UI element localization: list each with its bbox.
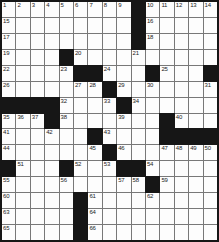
cell-r6c2[interactable] bbox=[16, 82, 29, 97]
cell-r3c7[interactable] bbox=[88, 34, 101, 49]
cell-r13c1[interactable]: 60 bbox=[2, 193, 15, 208]
cell-r2c7[interactable] bbox=[88, 18, 101, 33]
cell-r9c10[interactable] bbox=[132, 129, 145, 144]
cell-r12c1[interactable]: 55 bbox=[2, 177, 15, 192]
clue-number-36: 36 bbox=[17, 114, 23, 121]
cell-r11c14[interactable] bbox=[189, 161, 202, 176]
cell-r15c1[interactable]: 65 bbox=[2, 225, 15, 240]
cell-r1c2[interactable]: 2 bbox=[16, 2, 29, 17]
cell-r4c1[interactable]: 19 bbox=[2, 50, 15, 65]
cell-r14c2[interactable] bbox=[16, 209, 29, 224]
cell-r5c10[interactable] bbox=[132, 66, 145, 81]
cell-r5c9[interactable] bbox=[117, 66, 130, 81]
black-square-r5c15 bbox=[204, 66, 217, 81]
cell-r14c7[interactable]: 64 bbox=[88, 209, 101, 224]
cell-r8c9[interactable]: 39 bbox=[117, 114, 130, 129]
cell-r5c1[interactable]: 22 bbox=[2, 66, 15, 81]
cell-r10c12[interactable]: 47 bbox=[160, 145, 173, 160]
cell-r13c13[interactable] bbox=[175, 193, 188, 208]
cell-r1c15[interactable]: 14 bbox=[204, 2, 217, 17]
clue-number-31: 31 bbox=[205, 82, 211, 89]
cell-r4c12[interactable] bbox=[160, 50, 173, 65]
cell-r9c9[interactable] bbox=[117, 129, 130, 144]
clue-number-37: 37 bbox=[32, 114, 38, 121]
cell-r14c5[interactable] bbox=[60, 209, 73, 224]
cell-r9c5[interactable] bbox=[60, 129, 73, 144]
cell-r13c4[interactable] bbox=[45, 193, 58, 208]
cell-r6c14[interactable] bbox=[189, 82, 202, 97]
cell-r10c3[interactable] bbox=[31, 145, 44, 160]
cell-r8c6[interactable] bbox=[74, 114, 87, 129]
cell-r15c11[interactable] bbox=[146, 225, 159, 240]
cell-r15c13[interactable] bbox=[175, 225, 188, 240]
clue-number-39: 39 bbox=[118, 114, 124, 121]
clue-number-41: 41 bbox=[3, 129, 9, 136]
cell-r11c8[interactable]: 53 bbox=[103, 161, 116, 176]
clue-number-57: 57 bbox=[118, 177, 124, 184]
cell-r6c15[interactable]: 31 bbox=[204, 82, 217, 97]
cell-r2c4[interactable] bbox=[45, 18, 58, 33]
cell-r5c4[interactable] bbox=[45, 66, 58, 81]
clue-number-46: 46 bbox=[118, 145, 124, 152]
cell-r12c12[interactable]: 59 bbox=[160, 177, 173, 192]
cell-r14c10[interactable] bbox=[132, 209, 145, 224]
clue-number-40: 40 bbox=[176, 114, 182, 121]
cell-r8c11[interactable] bbox=[146, 114, 159, 129]
black-square-r7c3 bbox=[31, 98, 44, 113]
clue-number-59: 59 bbox=[161, 177, 167, 184]
cell-r1c14[interactable]: 13 bbox=[189, 2, 202, 17]
cell-r14c3[interactable] bbox=[31, 209, 44, 224]
cell-r10c13[interactable]: 48 bbox=[175, 145, 188, 160]
black-square-r11c10 bbox=[132, 161, 145, 176]
cell-r2c12[interactable] bbox=[160, 18, 173, 33]
clue-number-21: 21 bbox=[133, 50, 139, 57]
cell-r1c12[interactable]: 11 bbox=[160, 2, 173, 17]
cell-r3c14[interactable] bbox=[189, 34, 202, 49]
cell-r9c3[interactable] bbox=[31, 129, 44, 144]
clue-number-1: 1 bbox=[3, 2, 6, 9]
cell-r2c3[interactable] bbox=[31, 18, 44, 33]
crossword-grid: 1234567891011121314151617181920212223242… bbox=[0, 0, 219, 242]
cell-r11c6[interactable]: 52 bbox=[74, 161, 87, 176]
clue-number-38: 38 bbox=[61, 114, 67, 121]
cell-r11c3[interactable] bbox=[31, 161, 44, 176]
cell-r6c10[interactable] bbox=[132, 82, 145, 97]
cell-r2c5[interactable] bbox=[60, 18, 73, 33]
cell-r7c14[interactable] bbox=[189, 98, 202, 113]
cell-r15c10[interactable] bbox=[132, 225, 145, 240]
cell-r3c1[interactable]: 17 bbox=[2, 34, 15, 49]
cell-r12c13[interactable] bbox=[175, 177, 188, 192]
cell-r7c12[interactable] bbox=[160, 98, 173, 113]
cell-r15c14[interactable] bbox=[189, 225, 202, 240]
cell-r4c9[interactable] bbox=[117, 50, 130, 65]
black-square-r9c7 bbox=[88, 129, 101, 144]
cell-r14c14[interactable] bbox=[189, 209, 202, 224]
clue-number-33: 33 bbox=[104, 98, 110, 105]
clue-number-47: 47 bbox=[161, 145, 167, 152]
cell-r9c6[interactable] bbox=[74, 129, 87, 144]
cell-r8c13[interactable]: 40 bbox=[175, 114, 188, 129]
cell-r8c10[interactable] bbox=[132, 114, 145, 129]
clue-number-6: 6 bbox=[75, 2, 78, 9]
clue-number-13: 13 bbox=[190, 2, 196, 9]
cell-r6c6[interactable]: 27 bbox=[74, 82, 87, 97]
cell-r15c3[interactable] bbox=[31, 225, 44, 240]
clue-number-56: 56 bbox=[61, 177, 67, 184]
cell-r4c8[interactable] bbox=[103, 50, 116, 65]
cell-r13c11[interactable]: 62 bbox=[146, 193, 159, 208]
clue-number-5: 5 bbox=[61, 2, 64, 9]
cell-r2c1[interactable]: 15 bbox=[2, 18, 15, 33]
clue-number-44: 44 bbox=[3, 145, 9, 152]
clue-number-27: 27 bbox=[75, 82, 81, 89]
cell-r3c9[interactable] bbox=[117, 34, 130, 49]
cell-r3c5[interactable] bbox=[60, 34, 73, 49]
black-square-r4c5 bbox=[60, 50, 73, 65]
clue-number-51: 51 bbox=[17, 161, 23, 168]
cell-r15c7[interactable]: 66 bbox=[88, 225, 101, 240]
clue-number-64: 64 bbox=[89, 209, 95, 216]
cell-r14c1[interactable]: 63 bbox=[2, 209, 15, 224]
cell-r10c6[interactable] bbox=[74, 145, 87, 160]
clue-number-8: 8 bbox=[104, 2, 107, 9]
clue-number-32: 32 bbox=[61, 98, 67, 105]
clue-number-63: 63 bbox=[3, 209, 9, 216]
clue-number-24: 24 bbox=[104, 66, 110, 73]
black-square-r7c9 bbox=[117, 98, 130, 113]
clue-number-2: 2 bbox=[17, 2, 20, 9]
cell-r6c11[interactable]: 30 bbox=[146, 82, 159, 97]
cell-r12c8[interactable] bbox=[103, 177, 116, 192]
cell-r13c9[interactable] bbox=[117, 193, 130, 208]
cell-r5c3[interactable] bbox=[31, 66, 44, 81]
clue-number-49: 49 bbox=[190, 145, 196, 152]
clue-number-45: 45 bbox=[89, 145, 95, 152]
cell-r6c3[interactable] bbox=[31, 82, 44, 97]
cell-r4c15[interactable] bbox=[204, 50, 217, 65]
cell-r15c15[interactable] bbox=[204, 225, 217, 240]
cell-r7c5[interactable]: 32 bbox=[60, 98, 73, 113]
black-square-r7c2 bbox=[16, 98, 29, 113]
cell-r2c8[interactable] bbox=[103, 18, 116, 33]
black-square-r8c4 bbox=[45, 114, 58, 129]
cell-r12c6[interactable] bbox=[74, 177, 87, 192]
cell-r2c13[interactable] bbox=[175, 18, 188, 33]
cell-r3c6[interactable] bbox=[74, 34, 87, 49]
cell-r11c4[interactable] bbox=[45, 161, 58, 176]
cell-r15c4[interactable] bbox=[45, 225, 58, 240]
cell-r3c12[interactable] bbox=[160, 34, 173, 49]
cell-r8c2[interactable]: 36 bbox=[16, 114, 29, 129]
cell-r5c14[interactable] bbox=[189, 66, 202, 81]
clue-number-25: 25 bbox=[161, 66, 167, 73]
cell-r11c7[interactable] bbox=[88, 161, 101, 176]
black-square-r13c6 bbox=[74, 193, 87, 208]
cell-r4c7[interactable] bbox=[88, 50, 101, 65]
cell-r1c1[interactable]: 1 bbox=[2, 2, 15, 17]
black-square-r5c11 bbox=[146, 66, 159, 81]
cell-r3c13[interactable] bbox=[175, 34, 188, 49]
clue-number-12: 12 bbox=[176, 2, 182, 9]
cell-r12c4[interactable] bbox=[45, 177, 58, 192]
cell-r9c2[interactable] bbox=[16, 129, 29, 144]
cell-r12c3[interactable] bbox=[31, 177, 44, 192]
cell-r10c4[interactable] bbox=[45, 145, 58, 160]
cell-r10c9[interactable]: 46 bbox=[117, 145, 130, 160]
clue-number-61: 61 bbox=[89, 193, 95, 200]
black-square-r10c8 bbox=[103, 145, 116, 160]
cell-r8c1[interactable]: 35 bbox=[2, 114, 15, 129]
cell-r1c5[interactable]: 5 bbox=[60, 2, 73, 17]
clue-number-52: 52 bbox=[75, 161, 81, 168]
clue-number-34: 34 bbox=[133, 98, 139, 105]
cell-r10c7[interactable]: 45 bbox=[88, 145, 101, 160]
black-square-r6c8 bbox=[103, 82, 116, 97]
cell-r6c13[interactable] bbox=[175, 82, 188, 97]
cell-r4c13[interactable] bbox=[175, 50, 188, 65]
cell-r6c5[interactable] bbox=[60, 82, 73, 97]
cell-r12c10[interactable]: 58 bbox=[132, 177, 145, 192]
cell-r1c4[interactable]: 4 bbox=[45, 2, 58, 17]
black-square-r9c14 bbox=[189, 129, 202, 144]
clue-number-55: 55 bbox=[3, 177, 9, 184]
cell-r9c8[interactable]: 43 bbox=[103, 129, 116, 144]
clue-number-15: 15 bbox=[3, 18, 9, 25]
cell-r2c6[interactable] bbox=[74, 18, 87, 33]
cell-r8c3[interactable]: 37 bbox=[31, 114, 44, 129]
cell-r3c2[interactable] bbox=[16, 34, 29, 49]
cell-r3c11[interactable]: 18 bbox=[146, 34, 159, 49]
crossword-board: 1234567891011121314151617181920212223242… bbox=[0, 0, 219, 242]
clue-number-58: 58 bbox=[133, 177, 139, 184]
cell-r7c15[interactable] bbox=[204, 98, 217, 113]
black-square-r12c11 bbox=[146, 177, 159, 192]
cell-r4c3[interactable] bbox=[31, 50, 44, 65]
cell-r13c15[interactable] bbox=[204, 193, 217, 208]
cell-r5c2[interactable] bbox=[16, 66, 29, 81]
cell-r5c5[interactable]: 23 bbox=[60, 66, 73, 81]
cell-r2c9[interactable] bbox=[117, 18, 130, 33]
black-square-r14c6 bbox=[74, 209, 87, 224]
clue-number-18: 18 bbox=[147, 34, 153, 41]
cell-r13c5[interactable] bbox=[60, 193, 73, 208]
cell-r13c12[interactable] bbox=[160, 193, 173, 208]
cell-r5c13[interactable] bbox=[175, 66, 188, 81]
cell-r8c14[interactable] bbox=[189, 114, 202, 129]
clue-number-11: 11 bbox=[161, 2, 167, 9]
cell-r4c11[interactable] bbox=[146, 50, 159, 65]
cell-r12c9[interactable]: 57 bbox=[117, 177, 130, 192]
cell-r6c1[interactable]: 26 bbox=[2, 82, 15, 97]
cell-r2c11[interactable]: 16 bbox=[146, 18, 159, 33]
cell-r13c8[interactable] bbox=[103, 193, 116, 208]
cell-r7c10[interactable]: 34 bbox=[132, 98, 145, 113]
cell-r7c13[interactable] bbox=[175, 98, 188, 113]
cell-r15c2[interactable] bbox=[16, 225, 29, 240]
cell-r3c8[interactable] bbox=[103, 34, 116, 49]
clue-number-60: 60 bbox=[3, 193, 9, 200]
clue-number-10: 10 bbox=[147, 2, 153, 9]
cell-r9c1[interactable]: 41 bbox=[2, 129, 15, 144]
cell-r12c15[interactable] bbox=[204, 177, 217, 192]
cell-r8c8[interactable] bbox=[103, 114, 116, 129]
cell-r15c9[interactable] bbox=[117, 225, 130, 240]
cell-r8c7[interactable] bbox=[88, 114, 101, 129]
cell-r14c8[interactable] bbox=[103, 209, 116, 224]
cell-r7c7[interactable] bbox=[88, 98, 101, 113]
cell-r10c5[interactable] bbox=[60, 145, 73, 160]
clue-number-54: 54 bbox=[147, 161, 153, 168]
black-square-r9c15 bbox=[204, 129, 217, 144]
cell-r10c10[interactable] bbox=[132, 145, 145, 160]
clue-number-17: 17 bbox=[3, 34, 9, 41]
clue-number-43: 43 bbox=[104, 129, 110, 136]
cell-r4c10[interactable]: 21 bbox=[132, 50, 145, 65]
clue-number-9: 9 bbox=[118, 2, 121, 9]
black-square-r5c7 bbox=[88, 66, 101, 81]
cell-r4c14[interactable] bbox=[189, 50, 202, 65]
cell-r3c3[interactable] bbox=[31, 34, 44, 49]
cell-r13c10[interactable] bbox=[132, 193, 145, 208]
cell-r1c13[interactable]: 12 bbox=[175, 2, 188, 17]
clue-number-20: 20 bbox=[75, 50, 81, 57]
black-square-r15c6 bbox=[74, 225, 87, 240]
cell-r4c4[interactable] bbox=[45, 50, 58, 65]
black-square-r1c10 bbox=[132, 2, 145, 17]
black-square-r3c10 bbox=[132, 34, 145, 49]
cell-r1c11[interactable]: 10 bbox=[146, 2, 159, 17]
black-square-r11c9 bbox=[117, 161, 130, 176]
black-square-r9c12 bbox=[160, 129, 173, 144]
cell-r13c7[interactable]: 61 bbox=[88, 193, 101, 208]
clue-number-23: 23 bbox=[61, 66, 67, 73]
cell-r15c8[interactable] bbox=[103, 225, 116, 240]
black-square-r7c1 bbox=[2, 98, 15, 113]
cell-r9c11[interactable] bbox=[146, 129, 159, 144]
cell-r6c12[interactable] bbox=[160, 82, 173, 97]
cell-r13c2[interactable] bbox=[16, 193, 29, 208]
cell-r6c4[interactable] bbox=[45, 82, 58, 97]
clue-number-29: 29 bbox=[118, 82, 124, 89]
cell-r2c14[interactable] bbox=[189, 18, 202, 33]
clue-number-26: 26 bbox=[3, 82, 9, 89]
black-square-r2c10 bbox=[132, 18, 145, 33]
cell-r12c7[interactable] bbox=[88, 177, 101, 192]
cell-r13c14[interactable] bbox=[189, 193, 202, 208]
clue-number-22: 22 bbox=[3, 66, 9, 73]
cell-r4c6[interactable]: 20 bbox=[74, 50, 87, 65]
clue-number-42: 42 bbox=[46, 129, 52, 136]
clue-number-62: 62 bbox=[147, 193, 153, 200]
clue-number-48: 48 bbox=[176, 145, 182, 152]
cell-r14c13[interactable] bbox=[175, 209, 188, 224]
cell-r10c14[interactable]: 49 bbox=[189, 145, 202, 160]
cell-r14c11[interactable] bbox=[146, 209, 159, 224]
cell-r8c5[interactable]: 38 bbox=[60, 114, 73, 129]
cell-r5c12[interactable]: 25 bbox=[160, 66, 173, 81]
cell-r10c11[interactable] bbox=[146, 145, 159, 160]
cell-r11c15[interactable] bbox=[204, 161, 217, 176]
cell-r8c15[interactable] bbox=[204, 114, 217, 129]
black-square-r8c12 bbox=[160, 114, 173, 129]
cell-r1c9[interactable]: 9 bbox=[117, 2, 130, 17]
cell-r11c12[interactable] bbox=[160, 161, 173, 176]
cell-r7c6[interactable] bbox=[74, 98, 87, 113]
cell-r3c4[interactable] bbox=[45, 34, 58, 49]
cell-r14c4[interactable] bbox=[45, 209, 58, 224]
cell-r12c5[interactable]: 56 bbox=[60, 177, 73, 192]
cell-r4c2[interactable] bbox=[16, 50, 29, 65]
cell-r15c5[interactable] bbox=[60, 225, 73, 240]
cell-r11c2[interactable]: 51 bbox=[16, 161, 29, 176]
cell-r9c4[interactable]: 42 bbox=[45, 129, 58, 144]
clue-number-16: 16 bbox=[147, 18, 153, 25]
cell-r12c2[interactable] bbox=[16, 177, 29, 192]
clue-number-19: 19 bbox=[3, 50, 9, 57]
cell-r14c12[interactable] bbox=[160, 209, 173, 224]
cell-r2c15[interactable] bbox=[204, 18, 217, 33]
clue-number-3: 3 bbox=[32, 2, 35, 9]
cell-r11c13[interactable] bbox=[175, 161, 188, 176]
cell-r14c15[interactable] bbox=[204, 209, 217, 224]
cell-r1c8[interactable]: 8 bbox=[103, 2, 116, 17]
black-square-r11c5 bbox=[60, 161, 73, 176]
clue-number-14: 14 bbox=[205, 2, 211, 9]
clue-number-4: 4 bbox=[46, 2, 49, 9]
clue-number-50: 50 bbox=[205, 145, 211, 152]
cell-r7c11[interactable] bbox=[146, 98, 159, 113]
cell-r13c3[interactable] bbox=[31, 193, 44, 208]
cell-r10c2[interactable] bbox=[16, 145, 29, 160]
cell-r6c9[interactable]: 29 bbox=[117, 82, 130, 97]
cell-r14c9[interactable] bbox=[117, 209, 130, 224]
black-square-r11c1 bbox=[2, 161, 15, 176]
cell-r10c15[interactable]: 50 bbox=[204, 145, 217, 160]
cell-r11c11[interactable]: 54 bbox=[146, 161, 159, 176]
cell-r10c1[interactable]: 44 bbox=[2, 145, 15, 160]
black-square-r9c13 bbox=[175, 129, 188, 144]
clue-number-30: 30 bbox=[147, 82, 153, 89]
black-square-r7c4 bbox=[45, 98, 58, 113]
cell-r1c7[interactable]: 7 bbox=[88, 2, 101, 17]
clue-number-53: 53 bbox=[104, 161, 110, 168]
clue-number-28: 28 bbox=[89, 82, 95, 89]
cell-r2c2[interactable] bbox=[16, 18, 29, 33]
cell-r5c8[interactable]: 24 bbox=[103, 66, 116, 81]
cell-r7c8[interactable]: 33 bbox=[103, 98, 116, 113]
clue-number-7: 7 bbox=[89, 2, 92, 9]
cell-r12c14[interactable] bbox=[189, 177, 202, 192]
cell-r15c12[interactable] bbox=[160, 225, 173, 240]
cell-r6c7[interactable]: 28 bbox=[88, 82, 101, 97]
black-square-r5c6 bbox=[74, 66, 87, 81]
clue-number-65: 65 bbox=[3, 225, 9, 232]
cell-r1c6[interactable]: 6 bbox=[74, 2, 87, 17]
clue-number-66: 66 bbox=[89, 225, 95, 232]
cell-r3c15[interactable] bbox=[204, 34, 217, 49]
cell-r1c3[interactable]: 3 bbox=[31, 2, 44, 17]
clue-number-35: 35 bbox=[3, 114, 9, 121]
